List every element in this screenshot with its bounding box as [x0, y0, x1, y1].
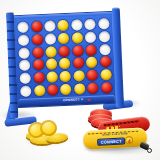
cell-r3-c6-red-disc: [86, 44, 97, 55]
cell-r3-c3-yellow-disc: [45, 46, 56, 57]
cell-r1-c5-empty: [71, 19, 82, 30]
cell-r3-c5-red-disc: [72, 45, 83, 56]
cell-r5-c3-yellow-disc: [47, 72, 58, 83]
cell-r1-c3-empty: [44, 20, 55, 31]
cell-r3-c7-empty: [99, 44, 110, 55]
cell-r3-c2-red-disc: [32, 47, 43, 58]
cell-r4-c2-red-disc: [33, 59, 44, 70]
cell-r3-c1-empty: [19, 47, 30, 58]
connect-logo-box: CONNECT: [97, 137, 125, 145]
cell-r2-c4-yellow-disc: [58, 33, 69, 44]
product-photo: CONNECT 4 GIANT 4 IN A ROW CONNECT 4: [0, 0, 160, 160]
cell-r5-c1-empty: [20, 73, 31, 84]
cell-r5-c6-red-disc: [87, 70, 98, 81]
cell-r4-c1-empty: [19, 60, 30, 71]
cell-r1-c6-empty: [85, 19, 96, 30]
cell-r2-c7-empty: [99, 31, 110, 42]
yellow-case-label: GIANT 4 IN A ROW CONNECT 4: [93, 133, 138, 147]
cell-r6-c7-red-disc: [101, 82, 112, 93]
cell-r4-c5-red-disc: [73, 58, 84, 69]
yellow-carry-case: GIANT 4 IN A ROW CONNECT 4: [83, 127, 148, 149]
zipper-ring: [147, 148, 152, 153]
connect-logo-text: CONNECT: [98, 140, 124, 145]
cell-r1-c1-empty: [17, 21, 28, 32]
cell-r1-c4-yellow-disc: [58, 20, 69, 31]
cell-r1-c7-empty: [98, 18, 109, 29]
board-panel: CONNECT 4: [12, 11, 118, 108]
cell-r5-c7-yellow-disc: [100, 69, 111, 80]
cell-r1-c2-red-disc: [31, 21, 42, 32]
cell-r6-c2-yellow-disc: [34, 85, 45, 96]
connect-four-board: CONNECT 4: [6, 8, 124, 115]
board-grid: [16, 17, 113, 98]
cell-r6-c4-yellow-disc: [60, 84, 71, 95]
cell-r4-c3-yellow-disc: [46, 59, 57, 70]
connect-logo-number: 4: [125, 136, 133, 144]
cell-r5-c4-yellow-disc: [60, 71, 71, 82]
cell-r4-c6-yellow-disc: [86, 57, 97, 68]
cell-r2-c6-empty: [85, 31, 96, 42]
rail-logo-dot: [88, 98, 91, 101]
cell-r6-c5-yellow-disc: [74, 83, 85, 94]
cell-r6-c3-red-disc: [47, 84, 58, 95]
cell-r6-c6-red-disc: [87, 83, 98, 94]
cell-r4-c4-yellow-disc: [59, 58, 70, 69]
cell-r2-c2-red-disc: [31, 34, 42, 45]
cell-r3-c4-red-disc: [59, 45, 70, 56]
cell-r5-c5-yellow-disc: [73, 70, 84, 81]
cell-r5-c2-red-disc: [33, 72, 44, 83]
cell-r6-c1-empty: [20, 86, 31, 97]
cell-r2-c5-yellow-disc: [72, 32, 83, 43]
cell-r2-c3-empty: [45, 33, 56, 44]
cell-r2-c1-empty: [18, 34, 29, 45]
rail-logo-text: CONNECT 4: [63, 98, 83, 102]
cell-r4-c7-red-disc: [100, 56, 111, 67]
